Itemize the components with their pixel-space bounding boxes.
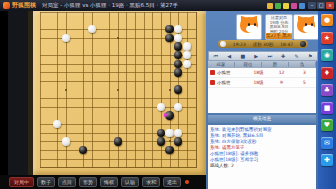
board-intersection[interactable] — [183, 111, 192, 120]
titlebar[interactable]: 野狐围棋 对局室 - 小狐狸 vs 小狐狸 · 19路 · 黑贴6.5目 · 第… — [0, 0, 336, 11]
board-intersection[interactable] — [96, 25, 105, 34]
board-intersection[interactable] — [157, 51, 166, 60]
board-intersection[interactable] — [113, 16, 122, 25]
board-intersection[interactable] — [62, 77, 71, 86]
board-intersection[interactable] — [44, 103, 53, 112]
gift-icon[interactable]: ♥ — [321, 119, 333, 131]
board-intersection[interactable] — [79, 34, 88, 43]
goban-grid[interactable] — [36, 8, 200, 172]
board-intersection[interactable] — [174, 137, 183, 146]
board-intersection[interactable] — [53, 16, 62, 25]
board-intersection[interactable] — [131, 94, 140, 103]
board-intersection[interactable] — [131, 34, 140, 43]
board-intersection[interactable] — [183, 137, 192, 146]
board-intersection[interactable] — [131, 42, 140, 51]
board-intersection[interactable] — [79, 163, 88, 172]
board-intersection[interactable] — [96, 128, 105, 137]
board-intersection[interactable] — [148, 85, 157, 94]
board-intersection[interactable] — [157, 94, 166, 103]
board-intersection[interactable] — [79, 120, 88, 129]
action-button-认输[interactable]: 认输 — [121, 177, 139, 187]
board-intersection[interactable] — [122, 94, 131, 103]
board-intersection[interactable] — [36, 42, 45, 51]
board-intersection[interactable] — [36, 163, 45, 172]
board-intersection[interactable] — [183, 59, 192, 68]
table-row[interactable]: 小狐狸18级123 — [208, 68, 316, 78]
board-intersection[interactable] — [96, 154, 105, 163]
board-intersection[interactable] — [53, 103, 62, 112]
board-intersection[interactable] — [139, 77, 148, 86]
board-intersection[interactable] — [157, 85, 166, 94]
board-intersection[interactable] — [191, 25, 200, 34]
board-intersection[interactable] — [53, 137, 62, 146]
board-intersection[interactable] — [44, 146, 53, 155]
board-intersection[interactable] — [174, 68, 183, 77]
board-intersection[interactable] — [36, 128, 45, 137]
board-intersection[interactable] — [131, 103, 140, 112]
go-board[interactable] — [33, 11, 206, 175]
board-intersection[interactable] — [148, 51, 157, 60]
board-intersection[interactable] — [79, 77, 88, 86]
board-intersection[interactable] — [44, 120, 53, 129]
board-intersection[interactable] — [88, 16, 97, 25]
board-intersection[interactable] — [44, 128, 53, 137]
board-intersection[interactable] — [148, 111, 157, 120]
board-intersection[interactable] — [191, 59, 200, 68]
board-intersection[interactable] — [174, 163, 183, 172]
board-intersection[interactable] — [79, 154, 88, 163]
board-intersection[interactable] — [183, 42, 192, 51]
board-intersection[interactable] — [165, 77, 174, 86]
board-intersection[interactable] — [183, 16, 192, 25]
board-intersection[interactable] — [105, 94, 114, 103]
board-intersection[interactable] — [191, 68, 200, 77]
board-intersection[interactable] — [79, 94, 88, 103]
board-intersection[interactable] — [36, 146, 45, 155]
board-intersection[interactable] — [122, 16, 131, 25]
board-intersection[interactable] — [139, 51, 148, 60]
board-intersection[interactable] — [79, 16, 88, 25]
board-intersection[interactable] — [183, 163, 192, 172]
board-intersection[interactable] — [191, 16, 200, 25]
board-intersection[interactable] — [44, 34, 53, 43]
board-intersection[interactable] — [79, 85, 88, 94]
board-intersection[interactable] — [174, 111, 183, 120]
board-intersection[interactable] — [191, 146, 200, 155]
board-intersection[interactable] — [191, 94, 200, 103]
board-intersection[interactable] — [191, 77, 200, 86]
board-intersection[interactable] — [122, 111, 131, 120]
board-intersection[interactable] — [157, 120, 166, 129]
board-intersection[interactable] — [88, 42, 97, 51]
board-intersection[interactable] — [70, 68, 79, 77]
board-intersection[interactable] — [165, 34, 174, 43]
board-intersection[interactable] — [148, 128, 157, 137]
board-intersection[interactable] — [148, 68, 157, 77]
friends-icon[interactable] — [267, 3, 273, 9]
board-intersection[interactable] — [131, 68, 140, 77]
board-intersection[interactable] — [79, 59, 88, 68]
board-intersection[interactable] — [139, 163, 148, 172]
board-intersection[interactable] — [191, 111, 200, 120]
board-intersection[interactable] — [131, 51, 140, 60]
board-intersection[interactable] — [36, 103, 45, 112]
board-intersection[interactable] — [53, 51, 62, 60]
board-intersection[interactable] — [62, 103, 71, 112]
board-intersection[interactable] — [36, 51, 45, 60]
board-intersection[interactable] — [70, 16, 79, 25]
board-intersection[interactable] — [44, 154, 53, 163]
board-intersection[interactable] — [131, 85, 140, 94]
board-intersection[interactable] — [122, 77, 131, 86]
board-intersection[interactable] — [183, 85, 192, 94]
mail-icon[interactable] — [275, 3, 281, 9]
board-intersection[interactable] — [174, 154, 183, 163]
board-intersection[interactable] — [157, 128, 166, 137]
board-intersection[interactable] — [105, 25, 114, 34]
board-intersection[interactable] — [191, 103, 200, 112]
board-intersection[interactable] — [44, 94, 53, 103]
board-intersection[interactable] — [174, 120, 183, 129]
board-intersection[interactable] — [139, 59, 148, 68]
board-intersection[interactable] — [131, 120, 140, 129]
board-intersection[interactable] — [62, 51, 71, 60]
board-intersection[interactable] — [62, 85, 71, 94]
table-header-cell[interactable]: 负 — [289, 62, 316, 67]
board-intersection[interactable] — [70, 42, 79, 51]
board-intersection[interactable] — [88, 85, 97, 94]
minimize-button[interactable]: – — [308, 2, 316, 9]
board-intersection[interactable] — [105, 85, 114, 94]
board-intersection[interactable] — [191, 85, 200, 94]
board-intersection[interactable] — [105, 34, 114, 43]
board-intersection[interactable] — [148, 120, 157, 129]
board-intersection[interactable] — [139, 34, 148, 43]
board-intersection[interactable] — [174, 85, 183, 94]
board-intersection[interactable] — [79, 111, 88, 120]
action-button-点目[interactable]: 点目 — [58, 177, 76, 187]
board-intersection[interactable] — [165, 128, 174, 137]
board-intersection[interactable] — [53, 146, 62, 155]
board-intersection[interactable] — [139, 16, 148, 25]
board-intersection[interactable] — [53, 42, 62, 51]
board-intersection[interactable] — [36, 16, 45, 25]
table-row[interactable]: 小狐狸18级95 — [208, 78, 316, 88]
board-intersection[interactable] — [88, 111, 97, 120]
board-intersection[interactable] — [79, 68, 88, 77]
board-intersection[interactable] — [165, 42, 174, 51]
board-intersection[interactable] — [53, 77, 62, 86]
board-intersection[interactable] — [148, 103, 157, 112]
board-intersection[interactable] — [183, 128, 192, 137]
board-intersection[interactable] — [96, 68, 105, 77]
board-intersection[interactable] — [70, 154, 79, 163]
board-intersection[interactable] — [88, 146, 97, 155]
board-intersection[interactable] — [113, 68, 122, 77]
board-intersection[interactable] — [79, 128, 88, 137]
board-intersection[interactable] — [131, 111, 140, 120]
board-intersection[interactable] — [96, 77, 105, 86]
white-player-avatar[interactable] — [293, 14, 319, 40]
board-intersection[interactable] — [88, 68, 97, 77]
board-intersection[interactable] — [131, 154, 140, 163]
board-intersection[interactable] — [88, 25, 97, 34]
board-intersection[interactable] — [96, 16, 105, 25]
board-intersection[interactable] — [62, 137, 71, 146]
board-intersection[interactable] — [165, 51, 174, 60]
board-intersection[interactable] — [139, 85, 148, 94]
board-intersection[interactable] — [70, 163, 79, 172]
board-intersection[interactable] — [96, 51, 105, 60]
board-intersection[interactable] — [131, 25, 140, 34]
board-intersection[interactable] — [122, 128, 131, 137]
board-intersection[interactable] — [148, 146, 157, 155]
board-intersection[interactable] — [70, 34, 79, 43]
board-intersection[interactable] — [105, 146, 114, 155]
board-intersection[interactable] — [79, 42, 88, 51]
board-intersection[interactable] — [148, 163, 157, 172]
board-intersection[interactable] — [88, 137, 97, 146]
board-intersection[interactable] — [191, 154, 200, 163]
board-intersection[interactable] — [139, 154, 148, 163]
action-button-形势[interactable]: 形势 — [79, 177, 97, 187]
board-intersection[interactable] — [36, 85, 45, 94]
board-intersection[interactable] — [157, 137, 166, 146]
board-intersection[interactable] — [88, 154, 97, 163]
board-intersection[interactable] — [96, 163, 105, 172]
board-intersection[interactable] — [53, 163, 62, 172]
board-intersection[interactable] — [96, 59, 105, 68]
board-intersection[interactable] — [113, 34, 122, 43]
board-intersection[interactable] — [105, 59, 114, 68]
board-intersection[interactable] — [62, 68, 71, 77]
settings-icon[interactable]: ✚ — [321, 154, 333, 166]
board-intersection[interactable] — [96, 34, 105, 43]
board-intersection[interactable] — [139, 42, 148, 51]
board-intersection[interactable] — [191, 128, 200, 137]
nav-icon[interactable]: ⏭ — [267, 53, 272, 59]
board-intersection[interactable] — [148, 42, 157, 51]
board-intersection[interactable] — [122, 103, 131, 112]
board-intersection[interactable] — [62, 25, 71, 34]
board-intersection[interactable] — [105, 42, 114, 51]
board-intersection[interactable] — [157, 16, 166, 25]
board-intersection[interactable] — [148, 34, 157, 43]
board-intersection[interactable] — [53, 120, 62, 129]
nav-icon[interactable]: ▶ — [254, 53, 258, 59]
board-intersection[interactable] — [148, 59, 157, 68]
board-intersection[interactable] — [191, 51, 200, 60]
nav-icon[interactable]: ✎ — [295, 53, 299, 59]
board-intersection[interactable] — [183, 103, 192, 112]
board-intersection[interactable] — [131, 16, 140, 25]
board-intersection[interactable] — [148, 77, 157, 86]
close-button[interactable]: × — [326, 2, 334, 9]
board-intersection[interactable] — [122, 34, 131, 43]
board-intersection[interactable] — [44, 51, 53, 60]
board-intersection[interactable] — [62, 59, 71, 68]
board-intersection[interactable] — [62, 120, 71, 129]
board-intersection[interactable] — [96, 94, 105, 103]
board-intersection[interactable] — [148, 137, 157, 146]
board-intersection[interactable] — [113, 103, 122, 112]
board-intersection[interactable] — [157, 25, 166, 34]
board-intersection[interactable] — [70, 137, 79, 146]
board-intersection[interactable] — [148, 25, 157, 34]
board-intersection[interactable] — [183, 51, 192, 60]
board-intersection[interactable] — [174, 146, 183, 155]
board-intersection[interactable] — [139, 94, 148, 103]
board-intersection[interactable] — [183, 120, 192, 129]
board-intersection[interactable] — [53, 94, 62, 103]
board-intersection[interactable] — [122, 137, 131, 146]
board-intersection[interactable] — [96, 103, 105, 112]
rank-icon[interactable]: ♦ — [321, 67, 333, 79]
board-intersection[interactable] — [88, 51, 97, 60]
board-intersection[interactable] — [62, 34, 71, 43]
board-intersection[interactable] — [174, 16, 183, 25]
board-intersection[interactable] — [113, 128, 122, 137]
board-intersection[interactable] — [36, 111, 45, 120]
board-intersection[interactable] — [44, 68, 53, 77]
board-intersection[interactable] — [157, 34, 166, 43]
board-intersection[interactable] — [70, 25, 79, 34]
board-intersection[interactable] — [174, 128, 183, 137]
board-intersection[interactable] — [157, 68, 166, 77]
board-intersection[interactable] — [191, 120, 200, 129]
board-intersection[interactable] — [165, 59, 174, 68]
board-intersection[interactable] — [105, 128, 114, 137]
table-header-cell[interactable]: 玩家 — [208, 62, 235, 67]
board-intersection[interactable] — [131, 146, 140, 155]
board-intersection[interactable] — [44, 111, 53, 120]
maximize-button[interactable]: □ — [317, 2, 325, 9]
board-intersection[interactable] — [131, 77, 140, 86]
board-intersection[interactable] — [36, 94, 45, 103]
board-intersection[interactable] — [191, 42, 200, 51]
board-intersection[interactable] — [165, 94, 174, 103]
board-intersection[interactable] — [113, 163, 122, 172]
shop-icon[interactable] — [291, 3, 297, 9]
board-intersection[interactable] — [62, 16, 71, 25]
board-intersection[interactable] — [96, 146, 105, 155]
nav-icon[interactable]: ✚ — [281, 53, 285, 59]
board-intersection[interactable] — [113, 137, 122, 146]
board-intersection[interactable] — [139, 68, 148, 77]
nav-icon[interactable]: ■ — [240, 53, 245, 59]
action-button-数子[interactable]: 数子 — [37, 177, 55, 187]
board-intersection[interactable] — [105, 68, 114, 77]
table-header-cell[interactable]: 段位 — [235, 62, 262, 67]
board-intersection[interactable] — [113, 94, 122, 103]
board-intersection[interactable] — [165, 120, 174, 129]
board-intersection[interactable] — [122, 59, 131, 68]
board-intersection[interactable] — [183, 154, 192, 163]
mail-icon[interactable]: ✉ — [321, 137, 333, 149]
board-intersection[interactable] — [88, 128, 97, 137]
board-intersection[interactable] — [70, 94, 79, 103]
board-intersection[interactable] — [148, 94, 157, 103]
board-intersection[interactable] — [113, 51, 122, 60]
board-intersection[interactable] — [122, 68, 131, 77]
board-intersection[interactable] — [96, 137, 105, 146]
board-intersection[interactable] — [122, 146, 131, 155]
board-intersection[interactable] — [139, 103, 148, 112]
board-intersection[interactable] — [53, 25, 62, 34]
board-intersection[interactable] — [105, 111, 114, 120]
board-intersection[interactable] — [105, 77, 114, 86]
board-intersection[interactable] — [157, 42, 166, 51]
board-intersection[interactable] — [157, 154, 166, 163]
board-intersection[interactable] — [44, 77, 53, 86]
board-intersection[interactable] — [105, 16, 114, 25]
board-intersection[interactable] — [191, 163, 200, 172]
action-button-退出[interactable]: 退出 — [163, 177, 181, 187]
board-intersection[interactable] — [113, 85, 122, 94]
board-intersection[interactable] — [131, 163, 140, 172]
board-intersection[interactable] — [183, 25, 192, 34]
board-intersection[interactable] — [113, 59, 122, 68]
board-intersection[interactable] — [131, 59, 140, 68]
board-intersection[interactable] — [183, 34, 192, 43]
board-intersection[interactable] — [70, 120, 79, 129]
board-intersection[interactable] — [44, 25, 53, 34]
board-intersection[interactable] — [122, 51, 131, 60]
board-intersection[interactable] — [122, 42, 131, 51]
action-button-求和[interactable]: 求和 — [142, 177, 160, 187]
board-intersection[interactable] — [105, 103, 114, 112]
board-intersection[interactable] — [70, 146, 79, 155]
board-intersection[interactable] — [191, 34, 200, 43]
board-intersection[interactable] — [139, 146, 148, 155]
board-intersection[interactable] — [113, 25, 122, 34]
board-intersection[interactable] — [157, 103, 166, 112]
board-intersection[interactable] — [122, 163, 131, 172]
board-intersection[interactable] — [113, 111, 122, 120]
board-intersection[interactable] — [174, 25, 183, 34]
board-intersection[interactable] — [88, 34, 97, 43]
board-intersection[interactable] — [70, 51, 79, 60]
board-intersection[interactable] — [122, 154, 131, 163]
board-intersection[interactable] — [36, 120, 45, 129]
shop-icon[interactable]: ■ — [321, 102, 333, 114]
board-intersection[interactable] — [36, 154, 45, 163]
board-intersection[interactable] — [96, 42, 105, 51]
board-intersection[interactable] — [44, 85, 53, 94]
board-intersection[interactable] — [139, 111, 148, 120]
board-intersection[interactable] — [88, 59, 97, 68]
star-icon[interactable] — [283, 3, 289, 9]
board-intersection[interactable] — [53, 111, 62, 120]
board-intersection[interactable] — [131, 137, 140, 146]
player-table[interactable]: 小狐狸18级123小狐狸18级95 — [208, 68, 316, 113]
board-intersection[interactable] — [105, 163, 114, 172]
board-intersection[interactable] — [53, 68, 62, 77]
board-intersection[interactable] — [165, 137, 174, 146]
board-intersection[interactable] — [70, 111, 79, 120]
board-intersection[interactable] — [79, 103, 88, 112]
play-icon[interactable]: ● — [321, 14, 333, 26]
board-intersection[interactable] — [174, 42, 183, 51]
board-intersection[interactable] — [44, 137, 53, 146]
board-intersection[interactable] — [62, 163, 71, 172]
board-intersection[interactable] — [148, 154, 157, 163]
board-intersection[interactable] — [165, 154, 174, 163]
black-player-avatar[interactable] — [236, 14, 262, 40]
board-intersection[interactable] — [44, 16, 53, 25]
board-intersection[interactable] — [88, 77, 97, 86]
board-intersection[interactable] — [122, 120, 131, 129]
